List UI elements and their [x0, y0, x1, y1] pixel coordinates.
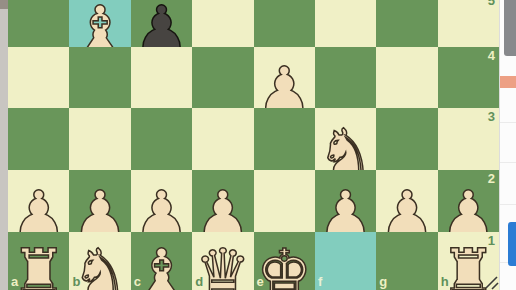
- square-g1[interactable]: g: [376, 232, 437, 290]
- rank-label-4: 4: [488, 49, 495, 62]
- square-e2[interactable]: [254, 170, 315, 232]
- piece-white-rook-a1[interactable]: ♜: [11, 241, 67, 290]
- square-e4[interactable]: ♟: [254, 47, 315, 108]
- square-b4[interactable]: [69, 47, 130, 108]
- square-f4[interactable]: [315, 47, 376, 108]
- file-label-f: f: [318, 275, 322, 288]
- square-b2[interactable]: ♟: [69, 170, 130, 232]
- square-f1[interactable]: f: [315, 232, 376, 290]
- piece-white-king-e1[interactable]: ♚: [256, 241, 312, 290]
- blue-button-edge[interactable]: [508, 222, 516, 266]
- square-a2[interactable]: ♟: [8, 170, 69, 232]
- square-d3[interactable]: [192, 108, 253, 170]
- square-b5[interactable]: ♝: [69, 0, 130, 47]
- square-d4[interactable]: [192, 47, 253, 108]
- square-b3[interactable]: [69, 108, 130, 170]
- square-a5[interactable]: [8, 0, 69, 47]
- square-g5[interactable]: [376, 0, 437, 47]
- orange-divider: [500, 76, 516, 88]
- square-e1[interactable]: e♚: [254, 232, 315, 290]
- square-c2[interactable]: ♟: [131, 170, 192, 232]
- square-h3[interactable]: 3: [438, 108, 499, 170]
- chess-app-screenshot: ♝♟5♟4♞3♟♟♟♟♟♟2♟a♜b♞c♝d♛e♚fgh1♜: [0, 0, 516, 290]
- right-sidebar-edge: [499, 0, 516, 290]
- left-gutter-shade: [0, 0, 8, 9]
- file-label-g: g: [379, 275, 387, 288]
- square-d5[interactable]: [192, 0, 253, 47]
- square-a3[interactable]: [8, 108, 69, 170]
- square-c3[interactable]: [131, 108, 192, 170]
- panel-hairline: [500, 122, 516, 123]
- square-g4[interactable]: [376, 47, 437, 108]
- square-f3[interactable]: ♞: [315, 108, 376, 170]
- square-d2[interactable]: ♟: [192, 170, 253, 232]
- square-f5[interactable]: [315, 0, 376, 47]
- square-e3[interactable]: [254, 108, 315, 170]
- square-h4[interactable]: 4: [438, 47, 499, 108]
- scrollbar-thumb[interactable]: [504, 0, 516, 56]
- rank-label-3: 3: [488, 110, 495, 123]
- left-gutter: [0, 0, 8, 290]
- square-a1[interactable]: a♜: [8, 232, 69, 290]
- square-d1[interactable]: d♛: [192, 232, 253, 290]
- board-resize-grip-icon[interactable]: [484, 275, 499, 290]
- rank-label-5: 5: [488, 0, 495, 7]
- chess-board[interactable]: ♝♟5♟4♞3♟♟♟♟♟♟2♟a♜b♞c♝d♛e♚fgh1♜: [8, 0, 499, 290]
- square-h5[interactable]: 5: [438, 0, 499, 47]
- square-f2[interactable]: ♟: [315, 170, 376, 232]
- square-c1[interactable]: c♝: [131, 232, 192, 290]
- square-h2[interactable]: 2♟: [438, 170, 499, 232]
- square-g2[interactable]: ♟: [376, 170, 437, 232]
- piece-white-knight-b1[interactable]: ♞: [72, 241, 128, 290]
- square-g3[interactable]: [376, 108, 437, 170]
- piece-white-queen-d1[interactable]: ♛: [195, 241, 251, 290]
- piece-white-bishop-c1[interactable]: ♝: [134, 241, 190, 290]
- square-c5[interactable]: ♟: [131, 0, 192, 47]
- square-c4[interactable]: [131, 47, 192, 108]
- square-a4[interactable]: [8, 47, 69, 108]
- panel-hairline: [500, 204, 516, 205]
- square-b1[interactable]: b♞: [69, 232, 130, 290]
- panel-hairline: [500, 162, 516, 163]
- square-e5[interactable]: [254, 0, 315, 47]
